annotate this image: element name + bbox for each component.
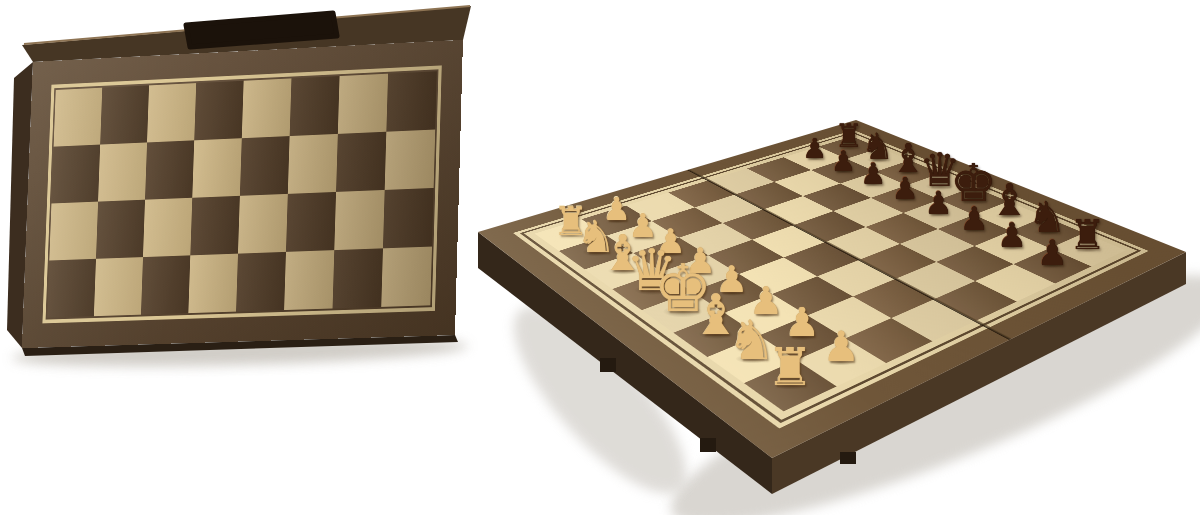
box-checkerboard-inlay — [47, 71, 437, 317]
box-inlay-square-c8r3 — [383, 188, 434, 248]
box-inlay-square-c1r1 — [54, 88, 103, 147]
box-inlay-square-c6r1 — [290, 76, 340, 136]
box-inlay-square-c7r2 — [336, 132, 386, 192]
box-inlay-square-c6r3 — [286, 192, 336, 252]
box-inlay-square-c8r4 — [381, 247, 432, 307]
piece-white-rook[interactable]: ♜ — [767, 341, 814, 393]
box-inlay-square-c4r2 — [192, 138, 241, 198]
piece-black-pawn[interactable]: ♟ — [960, 203, 989, 235]
box-inlay-square-c8r1 — [386, 71, 436, 131]
box-inlay-square-c6r2 — [288, 134, 338, 194]
box-inlay-square-c6r4 — [284, 250, 334, 310]
box-inlay-square-c4r3 — [190, 196, 240, 256]
box-inlay-square-c5r3 — [238, 194, 288, 254]
chess-set-photo: ♜♟♟♜♞♟♟♞♝♟♟♝♛♟♟♛♚♟♟♚♝♟♟♝♞♟♟♞♜♟♟♜ — [0, 0, 1200, 515]
box-inlay-square-c1r3 — [49, 202, 98, 261]
piece-black-pawn[interactable]: ♟ — [891, 173, 918, 203]
box-inlay-square-c3r2 — [145, 140, 194, 199]
piece-white-pawn[interactable]: ♟ — [822, 326, 859, 368]
piece-black-pawn[interactable]: ♟ — [860, 160, 886, 189]
box-inlay-square-c2r2 — [98, 142, 147, 201]
box-inlay-square-c3r3 — [143, 198, 192, 257]
box-inlay-square-c5r2 — [240, 136, 290, 196]
box-inlay-square-c2r3 — [96, 200, 145, 259]
closed-box-front-face — [22, 40, 463, 348]
box-inlay-square-c8r2 — [385, 130, 436, 190]
box-inlay-square-c7r3 — [334, 190, 384, 250]
box-inlay-square-c1r4 — [47, 259, 96, 318]
box-inlay-square-c7r4 — [333, 248, 383, 308]
board-foot — [700, 438, 716, 452]
box-inlay-square-c1r2 — [51, 145, 100, 204]
box-inlay-square-c2r4 — [94, 257, 143, 316]
box-inlay-square-c5r1 — [242, 78, 292, 138]
piece-black-pawn[interactable]: ♟ — [1037, 236, 1068, 271]
piece-black-pawn[interactable]: ♟ — [803, 135, 828, 162]
box-inlay-square-c2r1 — [100, 85, 149, 144]
box-inlay-square-c3r1 — [147, 83, 196, 142]
box-inlay-square-c3r4 — [141, 255, 190, 314]
board-foot — [840, 452, 856, 464]
board-foot — [600, 358, 616, 372]
piece-black-pawn[interactable]: ♟ — [925, 188, 953, 219]
box-inlay-square-c7r1 — [338, 74, 388, 134]
box-inlay-square-c4r1 — [194, 81, 243, 141]
box-inlay-square-c5r4 — [236, 252, 286, 312]
piece-black-pawn[interactable]: ♟ — [997, 219, 1027, 253]
piece-black-pawn[interactable]: ♟ — [831, 147, 856, 175]
piece-black-rook[interactable]: ♜ — [1069, 215, 1105, 256]
box-inlay-square-c4r4 — [188, 254, 238, 314]
